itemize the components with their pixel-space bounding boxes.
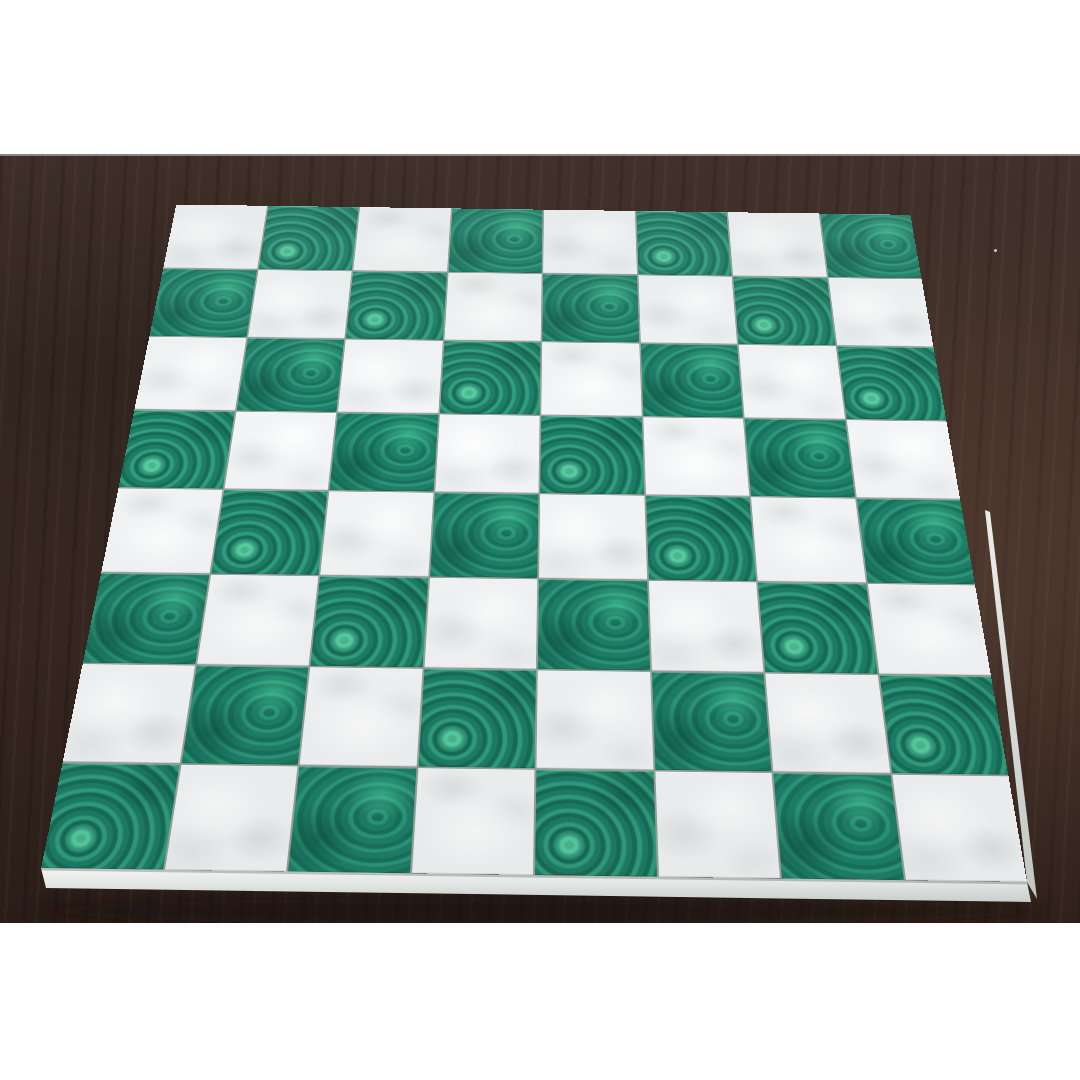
square-g5 (745, 418, 855, 497)
square-d8 (448, 208, 542, 272)
square-f3 (648, 581, 763, 672)
square-a1 (41, 763, 179, 870)
square-f6 (640, 344, 742, 418)
square-e3 (538, 579, 650, 670)
square-b3 (197, 574, 319, 665)
square-g8 (728, 212, 827, 276)
square-e1 (535, 769, 656, 876)
square-e4 (539, 494, 647, 579)
square-b8 (258, 206, 358, 270)
square-d2 (418, 669, 536, 768)
square-h8 (820, 214, 922, 278)
square-h1 (892, 774, 1027, 882)
square-h4 (856, 499, 974, 584)
square-a8 (163, 205, 266, 269)
product-photo-page (0, 0, 1080, 1080)
square-c7 (346, 271, 447, 340)
square-g2 (765, 674, 889, 773)
square-f1 (655, 771, 780, 878)
square-a2 (63, 664, 195, 763)
square-f2 (652, 672, 772, 771)
square-d4 (430, 493, 539, 578)
square-h7 (828, 278, 933, 347)
square-a6 (135, 337, 246, 410)
square-h5 (846, 420, 960, 499)
chess-board (41, 205, 1027, 882)
square-g7 (733, 276, 835, 345)
square-c5 (329, 413, 437, 492)
square-b6 (236, 338, 344, 411)
dust-speck (994, 249, 997, 252)
square-c3 (310, 576, 427, 667)
square-d1 (412, 768, 535, 875)
square-g1 (773, 773, 903, 880)
square-b7 (248, 270, 352, 339)
square-c6 (338, 340, 442, 413)
square-g4 (751, 497, 865, 582)
square-c4 (320, 491, 433, 576)
square-c2 (300, 667, 422, 766)
square-e7 (542, 274, 639, 343)
square-h6 (837, 346, 946, 420)
square-f7 (638, 275, 737, 344)
square-d6 (440, 341, 541, 414)
square-c1 (288, 766, 416, 873)
square-a5 (119, 410, 235, 489)
square-c8 (353, 207, 450, 271)
square-f5 (643, 417, 749, 496)
square-e2 (536, 670, 652, 769)
square-h3 (867, 584, 990, 676)
square-b5 (224, 411, 336, 490)
square-a7 (150, 268, 257, 337)
square-a4 (101, 488, 222, 573)
square-b2 (181, 666, 308, 765)
square-d3 (424, 577, 537, 668)
square-f8 (636, 211, 732, 275)
square-e6 (541, 342, 641, 416)
square-g3 (758, 582, 877, 674)
board-shadow (32, 898, 1048, 923)
square-e8 (543, 210, 636, 274)
square-e5 (540, 416, 644, 495)
square-f4 (646, 496, 756, 581)
square-h2 (879, 675, 1008, 774)
square-b1 (165, 764, 298, 871)
square-a3 (83, 573, 209, 664)
square-d5 (435, 414, 540, 493)
square-g6 (739, 345, 845, 419)
square-d7 (444, 272, 542, 341)
square-b4 (211, 490, 328, 575)
table-photo (0, 154, 1080, 923)
